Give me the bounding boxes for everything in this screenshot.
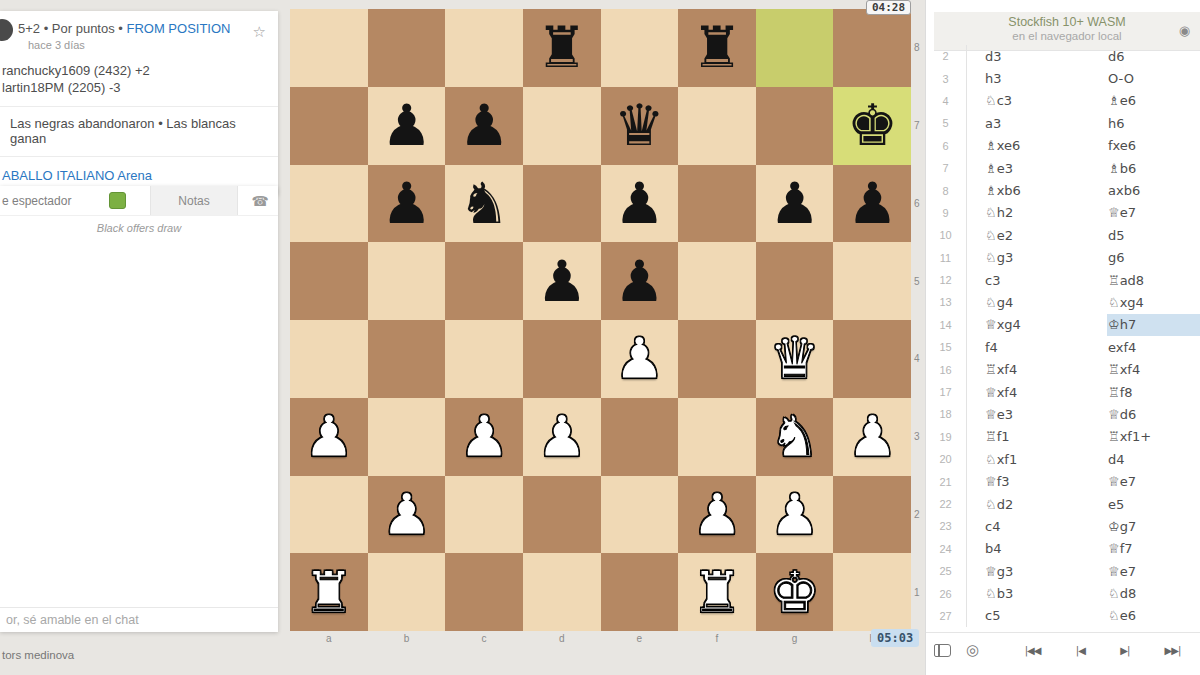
spectators-list: tors medinova	[2, 649, 74, 661]
move-white[interactable]: ♘xf1	[967, 448, 1107, 470]
square-a1[interactable]: ♜	[290, 553, 368, 631]
square-g8[interactable]	[756, 9, 834, 87]
move-white[interactable]: ♕e3	[967, 403, 1107, 425]
square-a3[interactable]: ♟	[290, 398, 368, 476]
move-number: 5	[925, 112, 967, 134]
square-h8[interactable]	[833, 9, 911, 87]
square-g2[interactable]: ♟	[756, 476, 834, 554]
square-h6[interactable]: ♟	[833, 165, 911, 243]
square-f4[interactable]	[678, 320, 756, 398]
square-h2[interactable]	[833, 476, 911, 554]
move-number: 9	[925, 202, 967, 224]
square-a5[interactable]	[290, 242, 368, 320]
online-indicator	[109, 192, 126, 209]
move-number: 16	[925, 358, 967, 380]
black-knight: ♞	[459, 175, 510, 232]
move-row: 17♕xf4♖f8	[925, 381, 1200, 403]
square-d7[interactable]	[523, 87, 601, 165]
black-pawn: ♟	[847, 175, 898, 232]
move-row: 15f4exf4	[925, 336, 1200, 358]
move-row: 24b4♕f7	[925, 538, 1200, 560]
move-black[interactable]: ♕e7	[1107, 470, 1200, 492]
move-white[interactable]: ♘h2	[967, 202, 1107, 224]
move-white[interactable]: ♘d2	[967, 493, 1107, 515]
square-a2[interactable]	[290, 476, 368, 554]
move-black[interactable]: ♖xf4	[1107, 358, 1200, 380]
black-player-line[interactable]: lartin18PM (2205) -3	[2, 79, 278, 96]
move-white[interactable]: d3	[967, 45, 1107, 67]
move-number: 26	[925, 582, 967, 604]
move-number: 10	[925, 224, 967, 246]
move-black[interactable]: ♖ad8	[1107, 269, 1200, 291]
move-row: 9♘h2♕e7	[925, 202, 1200, 224]
square-f2[interactable]: ♟	[678, 476, 756, 554]
move-row: 27c5♘e6	[925, 605, 1200, 627]
file-label-d: d	[523, 633, 601, 644]
move-black[interactable]: ♔h7	[1107, 314, 1200, 336]
square-c5[interactable]	[445, 242, 523, 320]
square-d5[interactable]: ♟	[523, 242, 601, 320]
square-c4[interactable]	[445, 320, 523, 398]
move-white[interactable]: h3	[967, 67, 1107, 89]
file-label-g: g	[756, 633, 834, 644]
move-white[interactable]: ♗xe6	[967, 135, 1107, 157]
move-white[interactable]: ♖xf4	[967, 358, 1107, 380]
move-number: 22	[925, 493, 967, 515]
move-black[interactable]: ♘xg4	[1107, 291, 1200, 313]
move-white[interactable]: f4	[967, 336, 1107, 358]
move-white[interactable]: c3	[967, 269, 1107, 291]
square-c2[interactable]	[445, 476, 523, 554]
move-number: 18	[925, 403, 967, 425]
move-black[interactable]: ♗e6	[1107, 90, 1200, 112]
move-white[interactable]: a3	[967, 112, 1107, 134]
move-black[interactable]: e5	[1107, 493, 1200, 515]
square-f1[interactable]: ♜	[678, 553, 756, 631]
move-number: 6	[925, 135, 967, 157]
tab-notes[interactable]: Notas	[150, 186, 238, 215]
white-pawn: ♟	[381, 486, 432, 543]
black-clock: 04:28	[866, 0, 911, 15]
move-row: 5a3h6	[925, 112, 1200, 134]
move-row: 20♘xf1d4	[925, 448, 1200, 470]
square-f6[interactable]	[678, 165, 756, 243]
move-row: 18♕e3♕d6	[925, 403, 1200, 425]
move-number: 25	[925, 560, 967, 582]
file-label-f: f	[678, 633, 756, 644]
gear-icon[interactable]: ◉	[1179, 23, 1190, 38]
move-black[interactable]: ♖xf1+	[1107, 426, 1200, 448]
nav-prev-button[interactable]: |◀	[1076, 645, 1085, 656]
move-row: 10♘e2d5	[925, 224, 1200, 246]
move-black[interactable]: ♖f8	[1107, 381, 1200, 403]
square-b4[interactable]	[368, 320, 446, 398]
white-rook: ♜	[691, 564, 742, 621]
square-h5[interactable]	[833, 242, 911, 320]
move-row: 26♘b3♘d8	[925, 582, 1200, 604]
move-row: 2d3d6	[925, 45, 1200, 67]
nav-first-button[interactable]: |◀◀	[1025, 645, 1041, 656]
move-white[interactable]: ♕g3	[967, 560, 1107, 582]
move-row: 7♗e3♗b6	[925, 157, 1200, 179]
move-white[interactable]: b4	[967, 538, 1107, 560]
move-row: 23c4♔g7	[925, 515, 1200, 537]
square-e2[interactable]	[601, 476, 679, 554]
move-black[interactable]: axb6	[1107, 179, 1200, 201]
white-pawn: ♟	[459, 408, 510, 465]
square-c8[interactable]	[445, 9, 523, 87]
move-white[interactable]: ♘e2	[967, 224, 1107, 246]
move-row: 12c3♖ad8	[925, 269, 1200, 291]
square-c1[interactable]	[445, 553, 523, 631]
black-rook: ♜	[536, 19, 587, 76]
square-g5[interactable]	[756, 242, 834, 320]
move-row: 13♘g4♘xg4	[925, 291, 1200, 313]
square-e6[interactable]: ♟	[601, 165, 679, 243]
square-f3[interactable]	[678, 398, 756, 476]
square-g6[interactable]: ♟	[756, 165, 834, 243]
tab-spectator-label: e espectador	[2, 194, 71, 208]
file-label-c: c	[445, 633, 523, 644]
square-g1[interactable]: ♚	[756, 553, 834, 631]
square-h1[interactable]	[833, 553, 911, 631]
square-b8[interactable]	[368, 9, 446, 87]
move-black[interactable]: d5	[1107, 224, 1200, 246]
file-label-e: e	[601, 633, 679, 644]
chat-input-row	[0, 607, 278, 632]
move-white[interactable]: ♕f3	[967, 470, 1107, 492]
move-row: 11♘g3g6	[925, 247, 1200, 269]
move-black[interactable]: d6	[1107, 45, 1200, 67]
square-e1[interactable]	[601, 553, 679, 631]
square-e4[interactable]: ♟	[601, 320, 679, 398]
move-number: 2	[925, 45, 967, 67]
players-block: ranchucky1609 (2432) +2 lartin18PM (2205…	[0, 62, 278, 96]
move-number: 27	[925, 605, 967, 627]
move-black[interactable]: exf4	[1107, 336, 1200, 358]
game-type-line: 5+2 • Por puntos • FROM POSITION	[0, 21, 278, 36]
move-number: 24	[925, 538, 967, 560]
square-b7[interactable]: ♟	[368, 87, 446, 165]
move-row: 22♘d2e5	[925, 493, 1200, 515]
square-h7[interactable]: ♚	[833, 87, 911, 165]
move-number: 4	[925, 90, 967, 112]
white-pawn: ♟	[769, 486, 820, 543]
black-king: ♚	[847, 97, 898, 154]
white-queen: ♛	[769, 330, 820, 387]
black-queen: ♛	[614, 97, 665, 154]
square-a4[interactable]	[290, 320, 368, 398]
move-white[interactable]: ♘c3	[967, 90, 1107, 112]
file-label-a: a	[290, 633, 368, 644]
square-c6[interactable]: ♞	[445, 165, 523, 243]
move-number: 7	[925, 157, 967, 179]
square-d2[interactable]	[523, 476, 601, 554]
square-h4[interactable]	[833, 320, 911, 398]
square-d4[interactable]	[523, 320, 601, 398]
chat-card: e espectador Notas ☎ Black offers draw	[0, 186, 278, 632]
black-pawn: ♟	[614, 175, 665, 232]
square-f7[interactable]	[678, 87, 756, 165]
square-f8[interactable]: ♜	[678, 9, 756, 87]
move-number: 19	[925, 426, 967, 448]
game-info-card: ☆ 5+2 • Por puntos • FROM POSITION hace …	[0, 11, 278, 195]
white-pawn: ♟	[691, 486, 742, 543]
move-number: 17	[925, 381, 967, 403]
tab-notes-label: Notas	[178, 194, 209, 208]
square-a7[interactable]	[290, 87, 368, 165]
square-e8[interactable]	[601, 9, 679, 87]
draw-offer-text: Black offers draw	[0, 216, 278, 234]
square-a6[interactable]	[290, 165, 368, 243]
black-pawn: ♟	[381, 175, 432, 232]
game-date: hace 3 días	[0, 39, 278, 51]
move-row: 14♕xg4♔h7	[925, 314, 1200, 336]
chess-board: ♜♜♟♟♛♚♟♞♟♟♟♟♟♟♛♟♟♟♞♟♟♟♟♜♜♚	[290, 9, 911, 631]
move-row: 21♕f3♕e7	[925, 470, 1200, 492]
move-number: 11	[925, 247, 967, 269]
white-rook: ♜	[303, 564, 354, 621]
move-row: 8♗xb6axb6	[925, 179, 1200, 201]
square-b3[interactable]	[368, 398, 446, 476]
move-list: 2d3d63h3O-O4♘c3♗e65a3h66♗xe6fxe67♗e3♗b68…	[925, 45, 1200, 630]
black-rook: ♜	[691, 19, 742, 76]
phone-icon[interactable]: ☎	[252, 193, 269, 209]
square-c3[interactable]: ♟	[445, 398, 523, 476]
chat-tabs: e espectador Notas ☎	[0, 186, 278, 216]
white-pawn: ♟	[847, 408, 898, 465]
move-number: 15	[925, 336, 967, 358]
move-white[interactable]: ♘g4	[967, 291, 1107, 313]
move-row: 3h3O-O	[925, 67, 1200, 89]
engine-name: Stockfish 10+ WASM	[934, 15, 1200, 29]
move-white[interactable]: ♕xg4	[967, 314, 1107, 336]
square-a8[interactable]	[290, 9, 368, 87]
square-e7[interactable]: ♛	[601, 87, 679, 165]
square-b1[interactable]	[368, 553, 446, 631]
move-black[interactable]: ♘e6	[1107, 605, 1200, 627]
square-g3[interactable]: ♞	[756, 398, 834, 476]
board-controls: ◎ |◀◀|◀▶|▶▶|	[926, 632, 1200, 667]
white-clock: 05:03	[871, 629, 919, 647]
move-black[interactable]: ♕d6	[1107, 403, 1200, 425]
white-pawn: ♟	[536, 408, 587, 465]
square-d8[interactable]: ♜	[523, 9, 601, 87]
book-icon[interactable]	[934, 644, 951, 657]
square-d1[interactable]	[523, 553, 601, 631]
move-black[interactable]: ♔g7	[1107, 515, 1200, 537]
move-number: 20	[925, 448, 967, 470]
white-player-line[interactable]: ranchucky1609 (2432) +2	[2, 62, 278, 79]
move-number: 13	[925, 291, 967, 313]
chat-input[interactable]	[0, 613, 278, 627]
black-pawn: ♟	[614, 253, 665, 310]
move-white[interactable]: c5	[967, 605, 1107, 627]
from-position-link[interactable]: FROM POSITION	[126, 21, 230, 36]
tab-spectator-room[interactable]: e espectador	[0, 186, 150, 215]
move-black[interactable]: ♕f7	[1107, 538, 1200, 560]
move-navigation: |◀◀|◀▶|▶▶|	[1007, 645, 1198, 656]
move-black[interactable]: ♕e7	[1107, 560, 1200, 582]
move-row: 25♕g3♕e7	[925, 560, 1200, 582]
move-white[interactable]: ♖f1	[967, 426, 1107, 448]
move-black[interactable]: g6	[1107, 247, 1200, 269]
square-c7[interactable]: ♟	[445, 87, 523, 165]
move-black[interactable]: h6	[1107, 112, 1200, 134]
move-black[interactable]: ♗b6	[1107, 157, 1200, 179]
nav-last-button[interactable]: ▶▶|	[1165, 645, 1181, 656]
square-f5[interactable]	[678, 242, 756, 320]
white-pawn: ♟	[614, 330, 665, 387]
move-number: 21	[925, 470, 967, 492]
square-g7[interactable]	[756, 87, 834, 165]
move-black[interactable]: O-O	[1107, 67, 1200, 89]
move-white[interactable]: c4	[967, 515, 1107, 537]
square-d3[interactable]: ♟	[523, 398, 601, 476]
move-number: 3	[925, 67, 967, 89]
black-pawn: ♟	[536, 253, 587, 310]
black-pawn: ♟	[769, 175, 820, 232]
square-h3[interactable]: ♟	[833, 398, 911, 476]
move-white[interactable]: ♘b3	[967, 582, 1107, 604]
square-g4[interactable]: ♛	[756, 320, 834, 398]
star-icon[interactable]: ☆	[253, 23, 266, 41]
move-row: 6♗xe6fxe6	[925, 135, 1200, 157]
move-row: 19♖f1♖xf1+	[925, 426, 1200, 448]
square-e5[interactable]: ♟	[601, 242, 679, 320]
game-result: Las negras abandonaron • Las blancas gan…	[0, 107, 278, 146]
game-type-text: 5+2 • Por puntos •	[18, 21, 126, 36]
file-label-b: b	[368, 633, 446, 644]
move-black[interactable]: d4	[1107, 448, 1200, 470]
black-pawn: ♟	[459, 97, 510, 154]
square-b6[interactable]: ♟	[368, 165, 446, 243]
white-king: ♚	[769, 564, 820, 621]
move-number: 12	[925, 269, 967, 291]
square-b5[interactable]	[368, 242, 446, 320]
move-black[interactable]: ♕e7	[1107, 202, 1200, 224]
move-number: 14	[925, 314, 967, 336]
move-white[interactable]: ♕xf4	[967, 381, 1107, 403]
square-e3[interactable]	[601, 398, 679, 476]
white-pawn: ♟	[303, 408, 354, 465]
file-labels: abcdefgh	[290, 633, 911, 644]
move-row: 16♖xf4♖xf4	[925, 358, 1200, 380]
move-white[interactable]: ♗e3	[967, 157, 1107, 179]
nav-next-button[interactable]: ▶|	[1120, 645, 1129, 656]
tournament-link[interactable]: ABALLO ITALIANO Arena	[0, 157, 278, 183]
square-d6[interactable]	[523, 165, 601, 243]
move-number: 8	[925, 179, 967, 201]
move-white[interactable]: ♗xb6	[967, 179, 1107, 201]
record-icon[interactable]: ◎	[966, 641, 979, 659]
move-black[interactable]: fxe6	[1107, 135, 1200, 157]
move-white[interactable]: ♘g3	[967, 247, 1107, 269]
engine-subtitle: en el navegador local	[934, 30, 1200, 42]
black-pawn: ♟	[381, 97, 432, 154]
move-row: 4♘c3♗e6	[925, 90, 1200, 112]
move-number: 23	[925, 515, 967, 537]
square-b2[interactable]: ♟	[368, 476, 446, 554]
move-black[interactable]: ♘d8	[1107, 582, 1200, 604]
white-knight: ♞	[769, 408, 820, 465]
